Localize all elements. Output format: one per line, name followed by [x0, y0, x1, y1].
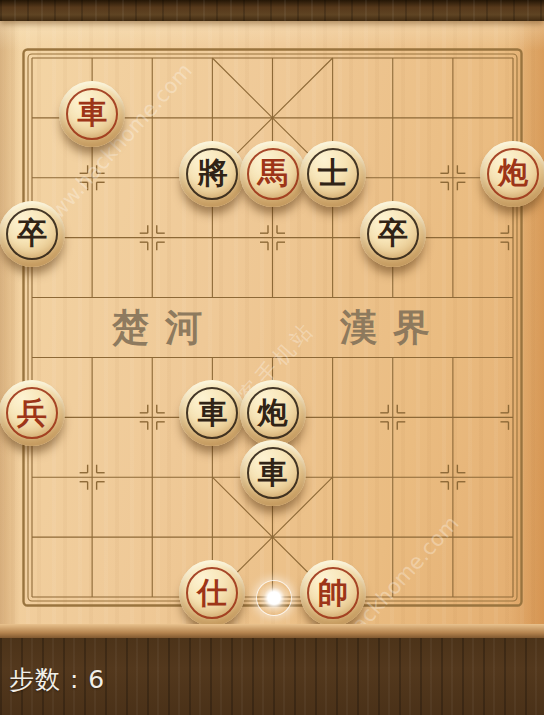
top-wood-bar [0, 0, 544, 21]
piece-black-advisor[interactable]: 士 [300, 141, 366, 207]
piece-glyph: 車 [179, 380, 245, 446]
piece-black-chariot[interactable]: 車 [179, 380, 245, 446]
piece-red-advisor[interactable]: 仕 [179, 560, 245, 626]
piece-glyph: 炮 [240, 380, 306, 446]
move-counter-value: 6 [88, 665, 105, 694]
piece-glyph: 兵 [0, 380, 65, 446]
piece-glyph: 車 [240, 440, 306, 506]
piece-glyph: 將 [179, 141, 245, 207]
piece-glyph: 車 [59, 81, 125, 147]
xiangqi-app-screen: 楚河 漢界 www.hackhome.com 客手机站 www.hackhome… [0, 0, 544, 715]
river-label-chu-river: 楚河 [112, 303, 218, 353]
piece-glyph: 卒 [0, 201, 65, 267]
piece-black-cannon[interactable]: 炮 [240, 380, 306, 446]
move-counter-label: 步数 [9, 665, 61, 694]
move-counter: 步数 : 6 [9, 663, 105, 696]
piece-black-soldier[interactable]: 卒 [360, 201, 426, 267]
piece-red-cannon[interactable]: 炮 [480, 141, 544, 207]
piece-red-chariot[interactable]: 車 [59, 81, 125, 147]
piece-glyph: 仕 [179, 560, 245, 626]
piece-red-horse[interactable]: 馬 [240, 141, 306, 207]
piece-red-general[interactable]: 帥 [300, 560, 366, 626]
piece-glyph: 帥 [300, 560, 366, 626]
piece-glyph: 卒 [360, 201, 426, 267]
piece-black-chariot[interactable]: 車 [240, 440, 306, 506]
move-counter-separator: : [61, 665, 88, 694]
piece-red-soldier[interactable]: 兵 [0, 380, 65, 446]
piece-glyph: 士 [300, 141, 366, 207]
piece-glyph: 馬 [240, 141, 306, 207]
piece-black-soldier[interactable]: 卒 [0, 201, 65, 267]
last-move-highlight-dot[interactable] [256, 580, 292, 616]
piece-black-general[interactable]: 將 [179, 141, 245, 207]
river-label-han-border: 漢界 [340, 303, 446, 353]
top-bar-grain [0, 0, 544, 21]
piece-glyph: 炮 [480, 141, 544, 207]
